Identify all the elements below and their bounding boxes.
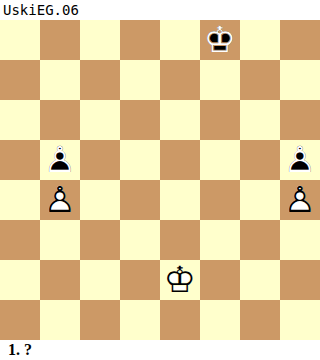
white-king-outline-glyph: ♔ [160,260,200,300]
chess-board: ♚♔♟♙♟♙♟♙♟♙♚♔ [0,20,320,340]
square-f3[interactable] [200,220,240,260]
square-f2[interactable] [200,260,240,300]
square-e6[interactable] [160,100,200,140]
square-a8[interactable] [0,20,40,60]
square-b2[interactable] [40,260,80,300]
square-h2[interactable] [280,260,320,300]
square-a7[interactable] [0,60,40,100]
square-a6[interactable] [0,100,40,140]
square-d6[interactable] [120,100,160,140]
square-e2[interactable]: ♚♔ [160,260,200,300]
square-f6[interactable] [200,100,240,140]
square-c7[interactable] [80,60,120,100]
square-h5[interactable]: ♟♙ [280,140,320,180]
square-g7[interactable] [240,60,280,100]
square-c2[interactable] [80,260,120,300]
square-c3[interactable] [80,220,120,260]
square-e7[interactable] [160,60,200,100]
square-f5[interactable] [200,140,240,180]
square-g3[interactable] [240,220,280,260]
white-pawn-outline-glyph: ♙ [280,180,320,220]
square-g5[interactable] [240,140,280,180]
move-prompt: 1. ? [0,340,32,360]
square-b6[interactable] [40,100,80,140]
square-g8[interactable] [240,20,280,60]
square-b5[interactable]: ♟♙ [40,140,80,180]
square-b7[interactable] [40,60,80,100]
black-king[interactable]: ♚♔ [200,20,240,60]
square-h8[interactable] [280,20,320,60]
black-pawn-outline-glyph: ♙ [40,140,80,180]
square-e1[interactable] [160,300,200,340]
white-pawn[interactable]: ♟♙ [40,180,80,220]
square-e5[interactable] [160,140,200,180]
square-a4[interactable] [0,180,40,220]
square-d5[interactable] [120,140,160,180]
black-pawn[interactable]: ♟♙ [280,140,320,180]
square-b3[interactable] [40,220,80,260]
square-a1[interactable] [0,300,40,340]
square-h7[interactable] [280,60,320,100]
white-pawn[interactable]: ♟♙ [280,180,320,220]
black-pawn[interactable]: ♟♙ [40,140,80,180]
square-f1[interactable] [200,300,240,340]
square-g6[interactable] [240,100,280,140]
white-pawn-outline-glyph: ♙ [40,180,80,220]
square-d3[interactable] [120,220,160,260]
square-d1[interactable] [120,300,160,340]
square-g4[interactable] [240,180,280,220]
square-a2[interactable] [0,260,40,300]
square-d7[interactable] [120,60,160,100]
square-g2[interactable] [240,260,280,300]
square-d8[interactable] [120,20,160,60]
square-h4[interactable]: ♟♙ [280,180,320,220]
square-c8[interactable] [80,20,120,60]
square-a3[interactable] [0,220,40,260]
square-c4[interactable] [80,180,120,220]
move-prompt-bar: 1. ? [0,340,320,360]
square-f8[interactable]: ♚♔ [200,20,240,60]
square-d2[interactable] [120,260,160,300]
square-b1[interactable] [40,300,80,340]
black-pawn-outline-glyph: ♙ [280,140,320,180]
square-e3[interactable] [160,220,200,260]
diagram-title-bar: UskiEG.06 [0,0,320,20]
square-h3[interactable] [280,220,320,260]
square-b8[interactable] [40,20,80,60]
diagram-title: UskiEG.06 [0,0,79,20]
square-a5[interactable] [0,140,40,180]
square-f7[interactable] [200,60,240,100]
square-h1[interactable] [280,300,320,340]
black-king-outline-glyph: ♔ [200,20,240,60]
square-c6[interactable] [80,100,120,140]
square-e4[interactable] [160,180,200,220]
white-king[interactable]: ♚♔ [160,260,200,300]
square-b4[interactable]: ♟♙ [40,180,80,220]
square-h6[interactable] [280,100,320,140]
square-c5[interactable] [80,140,120,180]
square-d4[interactable] [120,180,160,220]
square-f4[interactable] [200,180,240,220]
square-c1[interactable] [80,300,120,340]
square-g1[interactable] [240,300,280,340]
square-e8[interactable] [160,20,200,60]
